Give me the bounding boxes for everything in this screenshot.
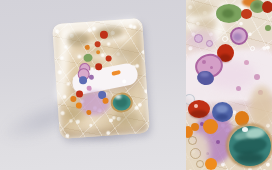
bubble-outline xyxy=(250,46,255,51)
red-blob xyxy=(241,9,252,19)
purple-speck xyxy=(216,140,220,144)
orange-blob xyxy=(205,158,217,170)
bubble-outline xyxy=(222,36,228,42)
bead-inclusions xyxy=(52,18,150,139)
sparkle xyxy=(89,124,92,127)
pink-bubble xyxy=(194,34,203,43)
red-shade xyxy=(190,110,208,118)
sparkle xyxy=(109,118,113,122)
red-blob xyxy=(262,1,272,13)
bubble-outline xyxy=(196,160,204,168)
amber-patch xyxy=(114,110,141,128)
glint xyxy=(194,104,198,108)
orange-dot xyxy=(85,45,90,50)
pink-dot xyxy=(236,86,241,91)
green-shade xyxy=(222,9,234,18)
blue-highlight xyxy=(216,105,228,113)
bubble-outline xyxy=(188,136,197,145)
amber-patch xyxy=(112,44,137,62)
violet-shade xyxy=(233,33,242,41)
blue-shade xyxy=(216,114,228,120)
crop-inclusions xyxy=(186,0,272,170)
photo xyxy=(0,0,272,170)
glint xyxy=(242,127,248,132)
green-dot xyxy=(83,54,93,63)
pink-bubble xyxy=(206,40,213,47)
amber-patch xyxy=(188,2,214,18)
glass-bead xyxy=(52,18,150,139)
pink-dot xyxy=(244,60,249,65)
amber-patch xyxy=(250,86,272,128)
marble-shade xyxy=(236,152,264,164)
orange-dot xyxy=(70,96,76,102)
full-view-panel xyxy=(0,0,186,170)
orange-dot xyxy=(96,50,100,54)
red-dot xyxy=(94,41,100,47)
pink-speck xyxy=(202,60,206,64)
blue-highlight xyxy=(200,72,209,77)
red-dot xyxy=(105,55,111,61)
orange-blob xyxy=(203,119,218,134)
pink-dot xyxy=(254,74,260,80)
green-shade xyxy=(253,2,261,9)
detail-crop-panel xyxy=(186,0,272,170)
green-dot xyxy=(265,25,271,31)
bubble-outline xyxy=(190,148,201,159)
pink-speck xyxy=(210,66,213,69)
